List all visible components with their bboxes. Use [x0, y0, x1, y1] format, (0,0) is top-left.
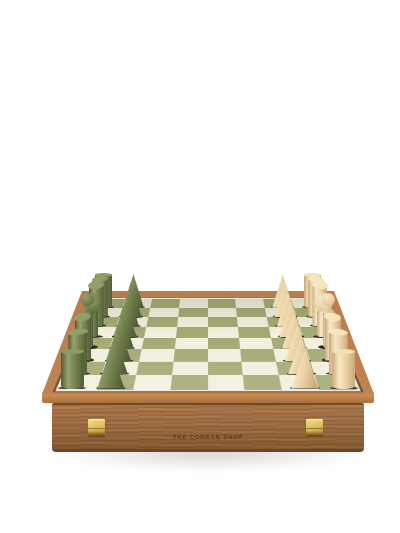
board-square — [307, 349, 345, 361]
board-square — [176, 327, 208, 338]
board-square — [300, 327, 335, 338]
board-square — [315, 375, 357, 390]
board-square — [265, 308, 296, 317]
board-square — [140, 349, 175, 361]
board-square — [208, 317, 239, 327]
board-square — [76, 338, 112, 350]
product-photo: THE CONRAN SHOP — [0, 0, 400, 533]
board-square — [116, 317, 149, 327]
board-square — [113, 327, 147, 338]
board-square — [86, 317, 120, 327]
board-square — [240, 338, 274, 350]
board-square — [147, 317, 179, 327]
board-square — [94, 299, 125, 308]
board-square — [97, 375, 137, 390]
board-square — [142, 338, 176, 350]
board-square — [71, 349, 109, 361]
box-front: THE CONRAN SHOP — [52, 403, 364, 452]
board-square — [145, 327, 178, 338]
board-square — [274, 349, 311, 361]
brass-latch-left — [88, 419, 105, 435]
board-square — [179, 299, 208, 308]
board-square — [236, 299, 265, 308]
board-square — [134, 375, 173, 390]
board-square — [208, 349, 242, 361]
board-square — [81, 327, 116, 338]
board-square — [263, 299, 293, 308]
board-square — [237, 308, 268, 317]
board-square — [122, 299, 152, 308]
board-square — [271, 338, 306, 350]
board-square — [66, 362, 106, 375]
board-square — [60, 375, 102, 390]
board-square — [269, 327, 303, 338]
board-square — [171, 375, 208, 390]
brand-label: THE CONRAN SHOP — [173, 434, 243, 440]
board-square — [242, 362, 279, 375]
board-square — [208, 338, 241, 350]
board-square — [137, 362, 174, 375]
board-square — [151, 299, 180, 308]
board-square — [177, 317, 208, 327]
brass-latch-right — [306, 419, 323, 435]
board-square — [208, 308, 238, 317]
board-square — [178, 308, 208, 317]
board-square — [208, 299, 237, 308]
board-square — [105, 349, 142, 361]
board-square — [303, 338, 339, 350]
board-square — [238, 317, 270, 327]
board-square — [279, 375, 319, 390]
board-square — [119, 308, 150, 317]
board-square — [294, 308, 326, 317]
board-square — [297, 317, 331, 327]
board-square — [208, 375, 245, 390]
board-square — [172, 362, 208, 375]
board-square — [149, 308, 180, 317]
chess-board — [55, 298, 360, 391]
board-square — [109, 338, 144, 350]
board-square — [208, 362, 244, 375]
board-square — [90, 308, 122, 317]
board-square — [267, 317, 300, 327]
board-square — [174, 349, 208, 361]
board-square — [101, 362, 139, 375]
board-square — [276, 362, 314, 375]
board-square — [244, 375, 283, 390]
board-square — [239, 327, 272, 338]
board-square — [175, 338, 208, 350]
board-square — [208, 327, 240, 338]
board-square — [241, 349, 276, 361]
board-square — [311, 362, 351, 375]
board-square — [291, 299, 322, 308]
